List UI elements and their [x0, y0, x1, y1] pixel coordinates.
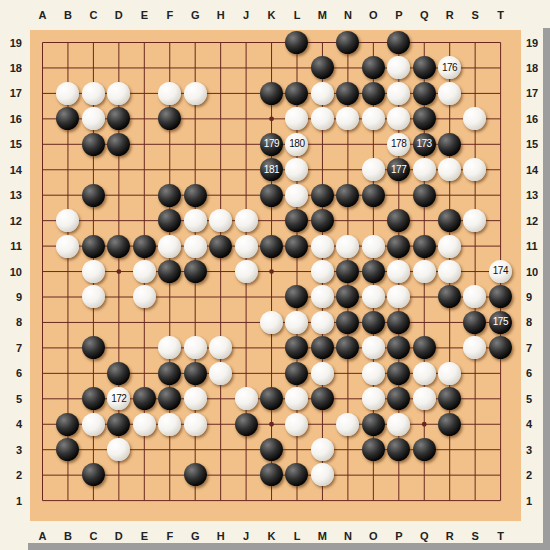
move-number-176: 176 [442, 63, 457, 73]
move-number-181: 181 [264, 165, 279, 175]
stone-black-O8[interactable] [362, 311, 385, 334]
stone-white-K8[interactable] [260, 311, 283, 334]
coord-left-9: 9 [0, 290, 22, 304]
bottom-shadow-strip [28, 543, 550, 550]
stone-black-J4[interactable] [235, 413, 258, 436]
stone-white-G11[interactable] [184, 235, 207, 258]
stone-black-M13[interactable] [311, 184, 334, 207]
stone-white-H12[interactable] [209, 209, 232, 232]
stone-white-P9[interactable] [387, 285, 410, 308]
stone-white-J12[interactable] [235, 209, 258, 232]
coord-right-11: 11 [526, 239, 550, 253]
coord-left-5: 5 [0, 392, 22, 406]
stone-black-P7[interactable] [387, 336, 410, 359]
coord-right-9: 9 [526, 290, 550, 304]
coord-right-3: 3 [526, 443, 550, 457]
coord-left-1: 1 [0, 494, 22, 508]
move-number-172: 172 [111, 394, 126, 404]
stone-black-P6[interactable] [387, 362, 410, 385]
coord-right-12: 12 [526, 214, 550, 228]
stone-white-S12[interactable] [463, 209, 486, 232]
stone-white-R18[interactable]: 176 [438, 56, 461, 79]
stone-white-J11[interactable] [235, 235, 258, 258]
stone-black-F12[interactable] [158, 209, 181, 232]
stone-black-P3[interactable] [387, 438, 410, 461]
stone-black-F6[interactable] [158, 362, 181, 385]
stone-white-O7[interactable] [362, 336, 385, 359]
stone-white-Q10[interactable] [413, 260, 436, 283]
coord-right-14: 14 [526, 163, 550, 177]
goban[interactable]: 176179180178173181177174175172 [30, 30, 513, 513]
stone-black-P12[interactable] [387, 209, 410, 232]
stone-white-C10[interactable] [82, 260, 105, 283]
coord-top-C: C [89, 8, 97, 22]
stone-black-L19[interactable] [285, 31, 308, 54]
stone-black-D11[interactable] [107, 235, 130, 258]
stone-white-D3[interactable] [107, 438, 130, 461]
stone-black-Q18[interactable] [413, 56, 436, 79]
stone-white-O9[interactable] [362, 285, 385, 308]
stone-black-K5[interactable] [260, 387, 283, 410]
stone-white-R14[interactable] [438, 158, 461, 181]
coord-right-17: 17 [526, 86, 550, 100]
stone-white-F7[interactable] [158, 336, 181, 359]
coord-top-H: H [217, 8, 225, 22]
stone-white-H6[interactable] [209, 362, 232, 385]
move-number-180: 180 [289, 139, 304, 149]
coord-top-J: J [243, 8, 249, 22]
coord-left-10: 10 [0, 265, 22, 279]
stone-white-B17[interactable] [56, 82, 79, 105]
stone-white-F17[interactable] [158, 82, 181, 105]
coord-bottom-J: J [243, 529, 249, 543]
coord-left-13: 13 [0, 188, 22, 202]
coord-right-15: 15 [526, 137, 550, 151]
stone-black-L6[interactable] [285, 362, 308, 385]
stone-white-S9[interactable] [463, 285, 486, 308]
stone-white-M8[interactable] [311, 311, 334, 334]
stone-white-G7[interactable] [184, 336, 207, 359]
coord-right-2: 2 [526, 468, 550, 482]
coord-top-M: M [318, 8, 327, 22]
stone-white-R11[interactable] [438, 235, 461, 258]
stone-white-T10[interactable]: 174 [489, 260, 512, 283]
stone-black-T7[interactable] [489, 336, 512, 359]
stone-white-M6[interactable] [311, 362, 334, 385]
coord-bottom-C: C [89, 529, 97, 543]
stone-black-F13[interactable] [158, 184, 181, 207]
coord-top-L: L [294, 8, 301, 22]
stone-white-J10[interactable] [235, 260, 258, 283]
stone-black-P5[interactable] [387, 387, 410, 410]
coord-bottom-O: O [369, 529, 378, 543]
go-diagram: 176179180178173181177174175172 AABBCCDDE… [0, 0, 550, 550]
coord-bottom-D: D [115, 529, 123, 543]
stone-black-K2[interactable] [260, 463, 283, 486]
stone-black-K15[interactable]: 179 [260, 133, 283, 156]
stone-black-O13[interactable] [362, 184, 385, 207]
coord-right-18: 18 [526, 61, 550, 75]
move-number-177: 177 [391, 165, 406, 175]
stone-black-D6[interactable] [107, 362, 130, 385]
stone-black-B3[interactable] [56, 438, 79, 461]
stone-black-D16[interactable] [107, 107, 130, 130]
coord-bottom-G: G [191, 529, 200, 543]
stone-black-E5[interactable] [133, 387, 156, 410]
coord-bottom-R: R [446, 529, 454, 543]
stone-black-Q17[interactable] [413, 82, 436, 105]
coord-left-15: 15 [0, 137, 22, 151]
stone-white-L4[interactable] [285, 413, 308, 436]
coord-left-18: 18 [0, 61, 22, 75]
stone-black-N17[interactable] [336, 82, 359, 105]
stone-white-G12[interactable] [184, 209, 207, 232]
stone-black-L12[interactable] [285, 209, 308, 232]
coord-left-17: 17 [0, 86, 22, 100]
stone-black-L11[interactable] [285, 235, 308, 258]
move-number-173: 173 [416, 139, 431, 149]
stone-white-R6[interactable] [438, 362, 461, 385]
stone-black-E11[interactable] [133, 235, 156, 258]
coord-right-10: 10 [526, 265, 550, 279]
coord-right-19: 19 [526, 36, 550, 50]
stone-black-N10[interactable] [336, 260, 359, 283]
stone-white-M9[interactable] [311, 285, 334, 308]
stone-white-P16[interactable] [387, 107, 410, 130]
coord-right-8: 8 [526, 315, 550, 329]
coord-right-16: 16 [526, 112, 550, 126]
coord-top-F: F [166, 8, 173, 22]
stone-black-M18[interactable] [311, 56, 334, 79]
stone-black-S8[interactable] [463, 311, 486, 334]
stone-black-C11[interactable] [82, 235, 105, 258]
stone-black-K14[interactable]: 181 [260, 158, 283, 181]
stone-black-F16[interactable] [158, 107, 181, 130]
stone-white-C9[interactable] [82, 285, 105, 308]
stone-black-D15[interactable] [107, 133, 130, 156]
stone-white-M3[interactable] [311, 438, 334, 461]
stone-black-C13[interactable] [82, 184, 105, 207]
coord-bottom-E: E [141, 529, 148, 543]
stone-white-O6[interactable] [362, 362, 385, 385]
stone-white-Q5[interactable] [413, 387, 436, 410]
stone-white-S16[interactable] [463, 107, 486, 130]
stone-black-Q13[interactable] [413, 184, 436, 207]
stone-black-P14[interactable]: 177 [387, 158, 410, 181]
coord-right-1: 1 [526, 494, 550, 508]
coord-top-B: B [64, 8, 72, 22]
move-number-179: 179 [264, 139, 279, 149]
stone-white-D17[interactable] [107, 82, 130, 105]
stone-black-R12[interactable] [438, 209, 461, 232]
stone-black-O10[interactable] [362, 260, 385, 283]
stone-white-C16[interactable] [82, 107, 105, 130]
coord-bottom-S: S [471, 529, 478, 543]
coord-left-6: 6 [0, 366, 22, 380]
stone-black-B16[interactable] [56, 107, 79, 130]
stone-black-F5[interactable] [158, 387, 181, 410]
coord-left-14: 14 [0, 163, 22, 177]
stone-white-O11[interactable] [362, 235, 385, 258]
stone-white-B12[interactable] [56, 209, 79, 232]
stone-black-N8[interactable] [336, 311, 359, 334]
stone-white-M16[interactable] [311, 107, 334, 130]
stone-white-P15[interactable]: 178 [387, 133, 410, 156]
coord-right-7: 7 [526, 341, 550, 355]
coord-bottom-N: N [344, 529, 352, 543]
coord-bottom-Q: Q [420, 529, 429, 543]
coord-bottom-B: B [64, 529, 72, 543]
stone-black-P8[interactable] [387, 311, 410, 334]
move-number-174: 174 [493, 266, 508, 276]
coord-left-19: 19 [0, 36, 22, 50]
stone-black-Q11[interactable] [413, 235, 436, 258]
move-number-178: 178 [391, 139, 406, 149]
stone-black-N7[interactable] [336, 336, 359, 359]
stone-white-C4[interactable] [82, 413, 105, 436]
stone-black-T9[interactable] [489, 285, 512, 308]
coord-bottom-T: T [497, 529, 504, 543]
stone-black-C15[interactable] [82, 133, 105, 156]
stone-black-H11[interactable] [209, 235, 232, 258]
coord-top-S: S [471, 8, 478, 22]
stone-white-M11[interactable] [311, 235, 334, 258]
stone-black-K13[interactable] [260, 184, 283, 207]
stone-black-K3[interactable] [260, 438, 283, 461]
move-number-175: 175 [493, 317, 508, 327]
stone-black-G10[interactable] [184, 260, 207, 283]
stone-white-E4[interactable] [133, 413, 156, 436]
stone-white-F4[interactable] [158, 413, 181, 436]
stone-black-N19[interactable] [336, 31, 359, 54]
stone-white-H7[interactable] [209, 336, 232, 359]
coord-top-E: E [141, 8, 148, 22]
stone-white-B11[interactable] [56, 235, 79, 258]
stone-white-C17[interactable] [82, 82, 105, 105]
coord-bottom-A: A [39, 529, 47, 543]
stone-black-K17[interactable] [260, 82, 283, 105]
coord-left-12: 12 [0, 214, 22, 228]
coord-left-11: 11 [0, 239, 22, 253]
stone-white-L13[interactable] [285, 184, 308, 207]
stone-black-L9[interactable] [285, 285, 308, 308]
stone-white-O16[interactable] [362, 107, 385, 130]
coord-top-K: K [268, 8, 276, 22]
coord-left-2: 2 [0, 468, 22, 482]
stone-white-R17[interactable] [438, 82, 461, 105]
stone-black-L17[interactable] [285, 82, 308, 105]
coord-right-13: 13 [526, 188, 550, 202]
stone-black-P11[interactable] [387, 235, 410, 258]
stone-white-P18[interactable] [387, 56, 410, 79]
stone-white-N4[interactable] [336, 413, 359, 436]
stone-white-P4[interactable] [387, 413, 410, 436]
coord-left-8: 8 [0, 315, 22, 329]
stone-black-R15[interactable] [438, 133, 461, 156]
coord-top-N: N [344, 8, 352, 22]
coord-top-A: A [39, 8, 47, 22]
coord-top-P: P [395, 8, 402, 22]
stone-white-L5[interactable] [285, 387, 308, 410]
stone-white-M17[interactable] [311, 82, 334, 105]
stone-black-M12[interactable] [311, 209, 334, 232]
coord-bottom-F: F [166, 529, 173, 543]
stone-black-N13[interactable] [336, 184, 359, 207]
coord-right-5: 5 [526, 392, 550, 406]
stone-black-R5[interactable] [438, 387, 461, 410]
stone-black-L2[interactable] [285, 463, 308, 486]
coord-bottom-K: K [268, 529, 276, 543]
stone-black-R4[interactable] [438, 413, 461, 436]
stone-black-G6[interactable] [184, 362, 207, 385]
stone-white-Q14[interactable] [413, 158, 436, 181]
stone-white-S7[interactable] [463, 336, 486, 359]
stone-black-Q7[interactable] [413, 336, 436, 359]
stone-black-O18[interactable] [362, 56, 385, 79]
stone-white-N11[interactable] [336, 235, 359, 258]
coord-top-R: R [446, 8, 454, 22]
stone-black-P19[interactable] [387, 31, 410, 54]
coord-bottom-P: P [395, 529, 402, 543]
stone-white-Q6[interactable] [413, 362, 436, 385]
stone-black-C2[interactable] [82, 463, 105, 486]
stone-white-P17[interactable] [387, 82, 410, 105]
stone-white-J5[interactable] [235, 387, 258, 410]
stone-black-T8[interactable]: 175 [489, 311, 512, 334]
stone-white-R10[interactable] [438, 260, 461, 283]
stone-black-Q15[interactable]: 173 [413, 133, 436, 156]
coord-top-D: D [115, 8, 123, 22]
coord-bottom-L: L [294, 529, 301, 543]
stone-white-E10[interactable] [133, 260, 156, 283]
coord-bottom-M: M [318, 529, 327, 543]
stone-black-M7[interactable] [311, 336, 334, 359]
stone-white-P10[interactable] [387, 260, 410, 283]
coord-right-6: 6 [526, 366, 550, 380]
stone-black-G13[interactable] [184, 184, 207, 207]
stone-white-G5[interactable] [184, 387, 207, 410]
coord-top-T: T [497, 8, 504, 22]
stone-black-D4[interactable] [107, 413, 130, 436]
stone-white-O5[interactable] [362, 387, 385, 410]
coord-top-O: O [369, 8, 378, 22]
coord-top-Q: Q [420, 8, 429, 22]
stone-white-F11[interactable] [158, 235, 181, 258]
stone-white-M10[interactable] [311, 260, 334, 283]
stone-black-F10[interactable] [158, 260, 181, 283]
stone-white-L8[interactable] [285, 311, 308, 334]
stone-white-O14[interactable] [362, 158, 385, 181]
stone-black-K11[interactable] [260, 235, 283, 258]
stone-white-S14[interactable] [463, 158, 486, 181]
stone-white-L14[interactable] [285, 158, 308, 181]
stone-white-E9[interactable] [133, 285, 156, 308]
stone-black-Q16[interactable] [413, 107, 436, 130]
stone-white-L16[interactable] [285, 107, 308, 130]
stone-black-O4[interactable] [362, 413, 385, 436]
stone-black-O17[interactable] [362, 82, 385, 105]
coord-left-4: 4 [0, 417, 22, 431]
stone-white-M2[interactable] [311, 463, 334, 486]
coord-bottom-H: H [217, 529, 225, 543]
stone-black-C5[interactable] [82, 387, 105, 410]
stone-white-N16[interactable] [336, 107, 359, 130]
stone-black-B4[interactable] [56, 413, 79, 436]
stone-black-N9[interactable] [336, 285, 359, 308]
stone-white-L15[interactable]: 180 [285, 133, 308, 156]
stone-white-G4[interactable] [184, 413, 207, 436]
stone-white-G17[interactable] [184, 82, 207, 105]
stone-black-O3[interactable] [362, 438, 385, 461]
stone-black-Q3[interactable] [413, 438, 436, 461]
stone-black-G2[interactable] [184, 463, 207, 486]
coord-left-16: 16 [0, 112, 22, 126]
stone-black-C7[interactable] [82, 336, 105, 359]
stone-black-R9[interactable] [438, 285, 461, 308]
stone-black-L7[interactable] [285, 336, 308, 359]
coord-left-3: 3 [0, 443, 22, 457]
coord-right-4: 4 [526, 417, 550, 431]
stone-black-M5[interactable] [311, 387, 334, 410]
coord-left-7: 7 [0, 341, 22, 355]
coord-top-G: G [191, 8, 200, 22]
stone-white-D5[interactable]: 172 [107, 387, 130, 410]
